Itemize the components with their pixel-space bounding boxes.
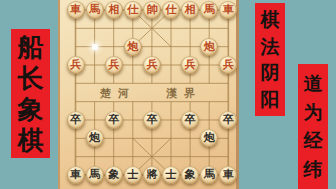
banner-char: 象 [18,96,44,122]
last-move-origin-marker [92,44,98,50]
piece-black-soldier[interactable]: 卒 [67,111,85,129]
piece-black-chariot[interactable]: 車 [67,166,85,184]
piece-black-advisor[interactable]: 士 [162,166,180,184]
piece-black-cannon[interactable]: 炮 [86,129,104,147]
piece-black-general[interactable]: 將 [143,166,161,184]
piece-red-elephant[interactable]: 相 [105,1,123,19]
board-grid [60,0,236,189]
piece-black-advisor[interactable]: 士 [124,166,142,184]
banner-char: 经 [304,131,323,150]
river-label-han: 漢界 [166,87,202,101]
banner-slogan-1: 棋法阴阳 [255,3,285,116]
piece-red-elephant[interactable]: 相 [181,1,199,19]
piece-red-cannon[interactable]: 炮 [200,38,218,56]
piece-red-soldier[interactable]: 兵 [181,56,199,74]
banner-char: 船 [18,34,44,60]
piece-black-elephant[interactable]: 象 [105,166,123,184]
piece-red-horse[interactable]: 馬 [86,1,104,19]
banner-channel-name: 船长象棋 [11,29,50,158]
xiangqi-board[interactable]: 楚河 漢界 車馬相仕帥仕相馬車炮炮兵兵兵兵兵卒卒卒卒卒炮炮車馬象士將士象馬車 [58,0,239,189]
banner-char: 棋 [261,10,280,29]
piece-black-soldier[interactable]: 卒 [181,111,199,129]
banner-char: 道 [304,74,323,93]
piece-red-soldier[interactable]: 兵 [105,56,123,74]
banner-char: 纬 [304,160,323,179]
banner-char: 阳 [261,90,280,109]
piece-red-cannon[interactable]: 炮 [124,38,142,56]
thumbnail-scene: { "game": "xiangqi", "banners": { "left"… [0,0,336,189]
piece-black-soldier[interactable]: 卒 [105,111,123,129]
piece-black-elephant[interactable]: 象 [181,166,199,184]
banner-char: 阴 [261,63,280,82]
banner-char: 棋 [18,127,44,153]
piece-red-advisor[interactable]: 仕 [124,1,142,19]
piece-red-advisor[interactable]: 仕 [162,1,180,19]
banner-char: 法 [261,37,280,56]
piece-red-chariot[interactable]: 車 [67,1,85,19]
piece-black-soldier[interactable]: 卒 [143,111,161,129]
piece-red-soldier[interactable]: 兵 [143,56,161,74]
river-label-chu: 楚河 [100,87,136,101]
banner-char: 长 [18,65,44,91]
piece-black-horse[interactable]: 馬 [86,166,104,184]
piece-red-general[interactable]: 帥 [143,1,161,19]
banner-slogan-2: 道为经纬 [298,64,328,189]
piece-red-soldier[interactable]: 兵 [67,56,85,74]
banner-char: 为 [304,103,323,122]
